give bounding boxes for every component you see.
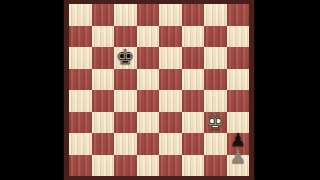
- board-grid: [69, 4, 249, 176]
- square-b1[interactable]: [92, 155, 115, 177]
- square-g6[interactable]: [204, 47, 227, 69]
- square-e5[interactable]: [159, 69, 182, 91]
- square-b3[interactable]: [92, 112, 115, 134]
- square-b2[interactable]: [92, 133, 115, 155]
- square-f1[interactable]: [182, 155, 205, 177]
- square-c4[interactable]: [114, 90, 137, 112]
- square-h7[interactable]: [227, 26, 250, 48]
- square-c1[interactable]: [114, 155, 137, 177]
- square-e8[interactable]: [159, 4, 182, 26]
- square-d5[interactable]: [137, 69, 160, 91]
- square-e1[interactable]: [159, 155, 182, 177]
- square-f4[interactable]: [182, 90, 205, 112]
- square-c8[interactable]: [114, 4, 137, 26]
- square-f6[interactable]: [182, 47, 205, 69]
- square-a8[interactable]: [69, 4, 92, 26]
- square-e4[interactable]: [159, 90, 182, 112]
- black-king-c6[interactable]: ♚: [114, 47, 137, 69]
- square-b8[interactable]: [92, 4, 115, 26]
- square-e3[interactable]: [159, 112, 182, 134]
- square-a1[interactable]: [69, 155, 92, 177]
- square-b5[interactable]: [92, 69, 115, 91]
- square-h4[interactable]: [227, 90, 250, 112]
- square-e7[interactable]: [159, 26, 182, 48]
- square-e6[interactable]: [159, 47, 182, 69]
- square-d6[interactable]: [137, 47, 160, 69]
- square-b6[interactable]: [92, 47, 115, 69]
- square-a4[interactable]: [69, 90, 92, 112]
- square-b7[interactable]: [92, 26, 115, 48]
- square-a7[interactable]: [69, 26, 92, 48]
- square-h6[interactable]: [227, 47, 250, 69]
- square-h8[interactable]: [227, 4, 250, 26]
- square-a3[interactable]: [69, 112, 92, 134]
- square-d2[interactable]: [137, 133, 160, 155]
- square-g5[interactable]: [204, 69, 227, 91]
- square-g7[interactable]: [204, 26, 227, 48]
- square-f8[interactable]: [182, 4, 205, 26]
- square-e2[interactable]: [159, 133, 182, 155]
- chess-board: ♚♚♟♟: [64, 0, 254, 180]
- square-f5[interactable]: [182, 69, 205, 91]
- square-g1[interactable]: [204, 155, 227, 177]
- square-g8[interactable]: [204, 4, 227, 26]
- square-b4[interactable]: [92, 90, 115, 112]
- square-d4[interactable]: [137, 90, 160, 112]
- square-d1[interactable]: [137, 155, 160, 177]
- letterbox-background: ♚♚♟♟: [0, 0, 320, 180]
- square-a6[interactable]: [69, 47, 92, 69]
- square-a2[interactable]: [69, 133, 92, 155]
- square-f7[interactable]: [182, 26, 205, 48]
- square-h5[interactable]: [227, 69, 250, 91]
- square-d3[interactable]: [137, 112, 160, 134]
- square-f2[interactable]: [182, 133, 205, 155]
- square-c3[interactable]: [114, 112, 137, 134]
- black-pawn-ghost-h1[interactable]: ♟: [227, 147, 250, 169]
- square-g4[interactable]: [204, 90, 227, 112]
- square-g2[interactable]: [204, 133, 227, 155]
- square-c5[interactable]: [114, 69, 137, 91]
- square-c7[interactable]: [114, 26, 137, 48]
- square-c2[interactable]: [114, 133, 137, 155]
- square-a5[interactable]: [69, 69, 92, 91]
- square-f3[interactable]: [182, 112, 205, 134]
- square-d7[interactable]: [137, 26, 160, 48]
- square-d8[interactable]: [137, 4, 160, 26]
- white-king-g3[interactable]: ♚: [204, 112, 227, 134]
